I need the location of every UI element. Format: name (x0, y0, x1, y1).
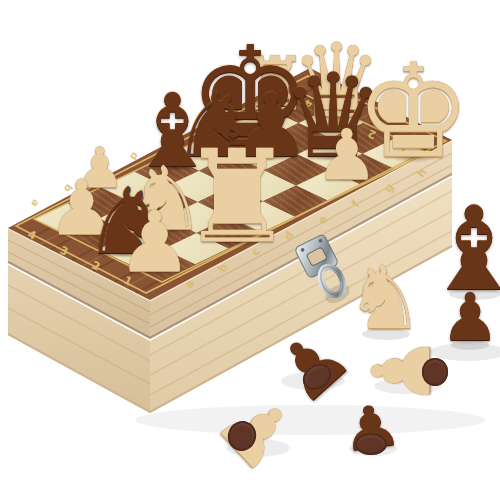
chess-set-product-photo: 1234abcdefgh1234abcdefgh ♟♞♟♟♜♞♝♞♟♟♚♛♜♚♛… (0, 0, 500, 500)
board-frame-lines (0, 0, 500, 500)
